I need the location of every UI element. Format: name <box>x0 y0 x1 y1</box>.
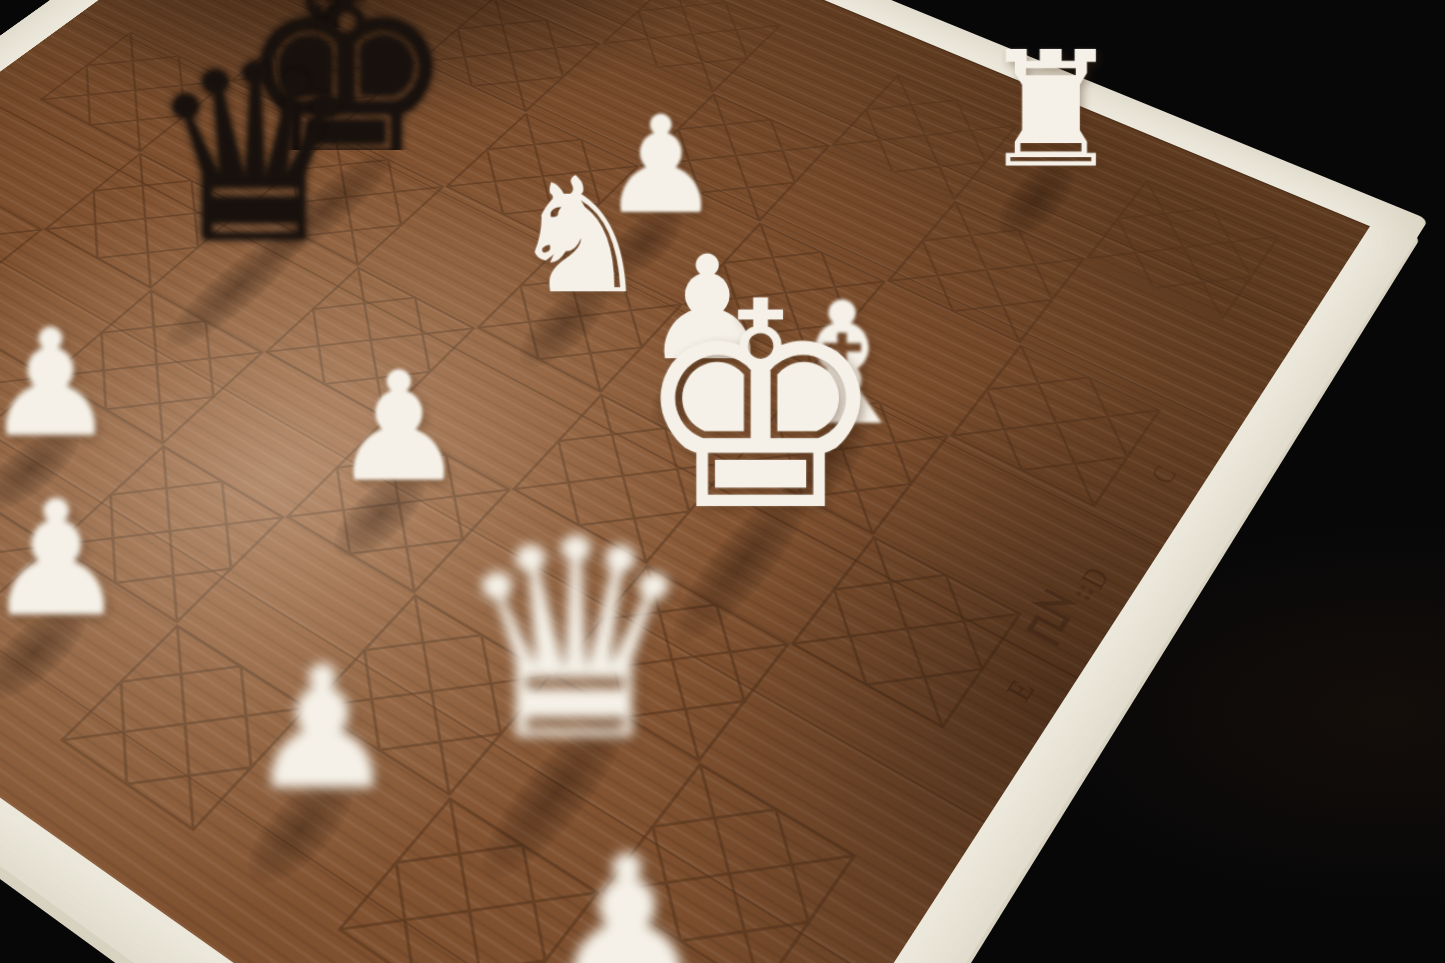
white-pawn[interactable]: ♟ <box>246 644 398 814</box>
white-pawn[interactable]: ♟ <box>0 310 117 458</box>
white-pawn[interactable]: ♟ <box>545 832 708 963</box>
white-queen[interactable]: ♛ <box>452 504 699 780</box>
white-pawn[interactable]: ♟ <box>331 352 466 503</box>
white-pawn[interactable]: ♟ <box>0 480 128 639</box>
photo-stage: CDE ♜♟♞♟♝♚♛♟♟♟♟♟♝♚♛ <box>0 0 1445 963</box>
